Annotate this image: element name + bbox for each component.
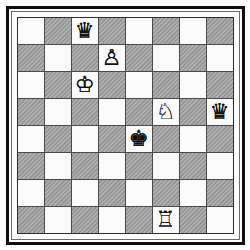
square-a3[interactable] xyxy=(18,153,44,179)
square-d7[interactable]: ♙ xyxy=(99,45,125,71)
square-c4[interactable] xyxy=(72,126,98,152)
black-king: ♚ xyxy=(129,126,149,152)
square-b1[interactable] xyxy=(45,207,71,233)
square-c2[interactable] xyxy=(72,180,98,206)
square-d6[interactable] xyxy=(99,72,125,98)
square-h2[interactable] xyxy=(207,180,233,206)
square-c3[interactable] xyxy=(72,153,98,179)
square-b4[interactable] xyxy=(45,126,71,152)
square-g3[interactable] xyxy=(180,153,206,179)
square-f7[interactable] xyxy=(153,45,179,71)
square-f6[interactable] xyxy=(153,72,179,98)
square-d8[interactable] xyxy=(99,18,125,44)
square-c6[interactable]: ♔ xyxy=(72,72,98,98)
square-b8[interactable] xyxy=(45,18,71,44)
square-e2[interactable] xyxy=(126,180,152,206)
square-e1[interactable] xyxy=(126,207,152,233)
square-a8[interactable] xyxy=(18,18,44,44)
square-d5[interactable] xyxy=(99,99,125,125)
square-f1[interactable]: ♖ xyxy=(153,207,179,233)
square-g8[interactable] xyxy=(180,18,206,44)
square-f3[interactable] xyxy=(153,153,179,179)
square-f2[interactable] xyxy=(153,180,179,206)
square-e8[interactable] xyxy=(126,18,152,44)
square-f5[interactable]: ♘ xyxy=(153,99,179,125)
square-c7[interactable] xyxy=(72,45,98,71)
square-d2[interactable] xyxy=(99,180,125,206)
square-h5[interactable]: ♛ xyxy=(207,99,233,125)
square-f4[interactable] xyxy=(153,126,179,152)
square-g5[interactable] xyxy=(180,99,206,125)
square-h4[interactable] xyxy=(207,126,233,152)
square-c5[interactable] xyxy=(72,99,98,125)
square-g2[interactable] xyxy=(180,180,206,206)
square-g4[interactable] xyxy=(180,126,206,152)
square-h8[interactable] xyxy=(207,18,233,44)
square-e6[interactable] xyxy=(126,72,152,98)
square-g6[interactable] xyxy=(180,72,206,98)
square-e3[interactable] xyxy=(126,153,152,179)
black-queen: ♛ xyxy=(210,99,230,125)
black-queen: ♛ xyxy=(75,18,95,44)
square-e4[interactable]: ♚ xyxy=(126,126,152,152)
square-b6[interactable] xyxy=(45,72,71,98)
square-d3[interactable] xyxy=(99,153,125,179)
square-d1[interactable] xyxy=(99,207,125,233)
square-e7[interactable] xyxy=(126,45,152,71)
square-h1[interactable] xyxy=(207,207,233,233)
square-a2[interactable] xyxy=(18,180,44,206)
white-knight: ♘ xyxy=(156,99,176,125)
square-e5[interactable] xyxy=(126,99,152,125)
square-d4[interactable] xyxy=(99,126,125,152)
square-b5[interactable] xyxy=(45,99,71,125)
square-a4[interactable] xyxy=(18,126,44,152)
square-b7[interactable] xyxy=(45,45,71,71)
square-f8[interactable] xyxy=(153,18,179,44)
square-h6[interactable] xyxy=(207,72,233,98)
white-rook: ♖ xyxy=(156,207,176,233)
square-a1[interactable] xyxy=(18,207,44,233)
square-a7[interactable] xyxy=(18,45,44,71)
square-c8[interactable]: ♛ xyxy=(72,18,98,44)
diagram-inner-rule: ♛♙♔♘♛♚♖ xyxy=(11,11,240,240)
diagram-outer-frame: ♛♙♔♘♛♚♖ xyxy=(6,6,245,245)
square-c1[interactable] xyxy=(72,207,98,233)
square-b3[interactable] xyxy=(45,153,71,179)
white-pawn: ♙ xyxy=(102,45,122,71)
square-g7[interactable] xyxy=(180,45,206,71)
white-king: ♔ xyxy=(75,72,95,98)
square-h3[interactable] xyxy=(207,153,233,179)
square-g1[interactable] xyxy=(180,207,206,233)
square-h7[interactable] xyxy=(207,45,233,71)
square-a6[interactable] xyxy=(18,72,44,98)
chess-board: ♛♙♔♘♛♚♖ xyxy=(18,18,233,233)
square-a5[interactable] xyxy=(18,99,44,125)
board-border: ♛♙♔♘♛♚♖ xyxy=(17,17,234,234)
chess-diagram-page: ♛♙♔♘♛♚♖ xyxy=(0,0,250,250)
square-b2[interactable] xyxy=(45,180,71,206)
